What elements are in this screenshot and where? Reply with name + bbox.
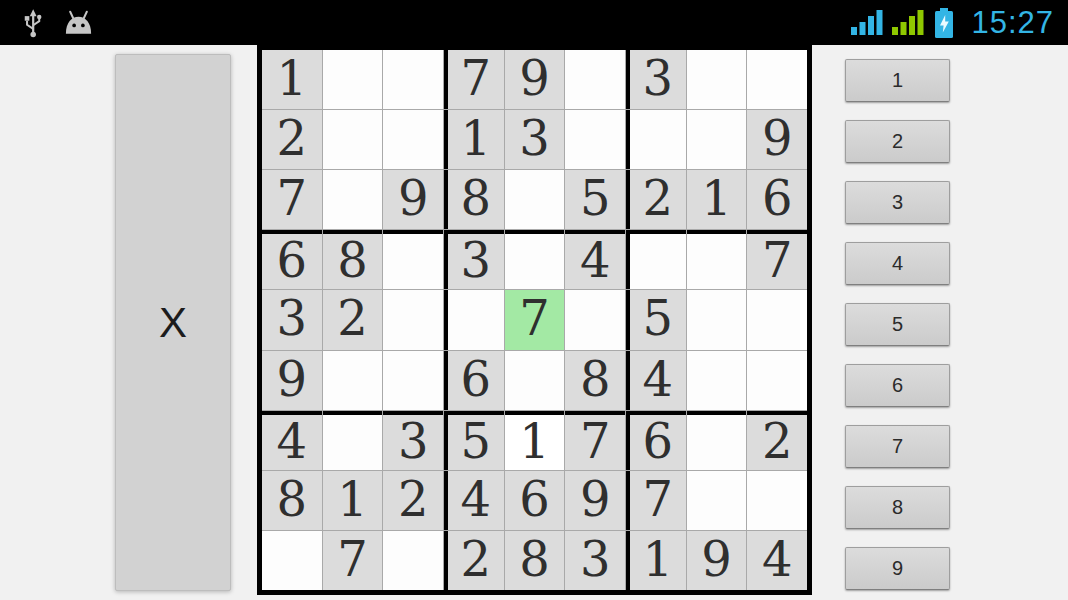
signal-bars-blue-icon [851, 10, 884, 35]
cell-r8c2[interactable]: 1 [323, 471, 383, 530]
cell-r8c9[interactable] [747, 471, 807, 530]
cell-r4c9[interactable]: 7 [747, 230, 807, 289]
cell-r1c9[interactable] [747, 50, 807, 109]
cell-r2c2[interactable] [323, 110, 383, 169]
cell-r4c8[interactable] [687, 230, 747, 289]
cell-r8c4[interactable]: 4 [444, 471, 504, 530]
cell-r8c3[interactable]: 2 [383, 471, 443, 530]
cell-r3c2[interactable] [323, 170, 383, 229]
cell-r1c7[interactable]: 3 [626, 50, 686, 109]
cell-r8c5[interactable]: 6 [505, 471, 565, 530]
cell-r8c7[interactable]: 7 [626, 471, 686, 530]
cell-r3c1[interactable]: 7 [262, 170, 322, 229]
signal-bars-green-icon [892, 10, 925, 35]
cell-r2c4[interactable]: 1 [444, 110, 504, 169]
android-robot-icon [62, 9, 95, 36]
number-button-5[interactable]: 5 [845, 303, 950, 346]
cell-r4c7[interactable] [626, 230, 686, 289]
cell-r7c6[interactable]: 7 [565, 411, 625, 470]
cell-r7c2[interactable] [323, 411, 383, 470]
cell-r7c5[interactable]: 1 [505, 411, 565, 470]
cell-r3c9[interactable]: 6 [747, 170, 807, 229]
cell-r7c3[interactable]: 3 [383, 411, 443, 470]
status-bar: 15:27 [0, 0, 1068, 45]
cell-r9c6[interactable]: 3 [565, 531, 625, 590]
close-button[interactable]: X [115, 54, 231, 591]
cell-r6c8[interactable] [687, 351, 747, 410]
cell-r1c4[interactable]: 7 [444, 50, 504, 109]
cell-r9c8[interactable]: 9 [687, 531, 747, 590]
number-button-3[interactable]: 3 [845, 181, 950, 224]
cell-r5c6[interactable] [565, 290, 625, 349]
cell-r3c6[interactable]: 5 [565, 170, 625, 229]
cell-r5c4[interactable] [444, 290, 504, 349]
cell-r2c8[interactable] [687, 110, 747, 169]
cell-r4c6[interactable]: 4 [565, 230, 625, 289]
cell-r1c8[interactable] [687, 50, 747, 109]
cell-r2c5[interactable]: 3 [505, 110, 565, 169]
cell-r1c5[interactable]: 9 [505, 50, 565, 109]
cell-r7c4[interactable]: 5 [444, 411, 504, 470]
cell-r4c3[interactable] [383, 230, 443, 289]
cell-r6c6[interactable]: 8 [565, 351, 625, 410]
cell-r6c9[interactable] [747, 351, 807, 410]
cell-r2c9[interactable]: 9 [747, 110, 807, 169]
cell-r3c3[interactable]: 9 [383, 170, 443, 229]
cell-r4c4[interactable]: 3 [444, 230, 504, 289]
cell-r9c3[interactable] [383, 531, 443, 590]
number-button-2[interactable]: 2 [845, 120, 950, 163]
cell-r6c7[interactable]: 4 [626, 351, 686, 410]
status-bar-right: 15:27 [851, 0, 1054, 45]
cell-r6c5[interactable] [505, 351, 565, 410]
number-button-1[interactable]: 1 [845, 59, 950, 102]
number-button-7[interactable]: 7 [845, 425, 950, 468]
cell-r9c5[interactable]: 8 [505, 531, 565, 590]
clock-time: 15:27 [971, 0, 1054, 45]
cell-r1c6[interactable] [565, 50, 625, 109]
cell-r6c2[interactable] [323, 351, 383, 410]
screen: 15:27 X 17932139798521668347327596844351… [0, 0, 1068, 600]
cell-r9c9[interactable]: 4 [747, 531, 807, 590]
cell-r5c1[interactable]: 3 [262, 290, 322, 349]
cell-r9c1[interactable] [262, 531, 322, 590]
cell-r3c8[interactable]: 1 [687, 170, 747, 229]
cell-r9c4[interactable]: 2 [444, 531, 504, 590]
cell-r5c3[interactable] [383, 290, 443, 349]
cell-r1c3[interactable] [383, 50, 443, 109]
battery-charging-icon [933, 8, 955, 38]
cell-r5c8[interactable] [687, 290, 747, 349]
number-button-6[interactable]: 6 [845, 364, 950, 407]
cell-r2c7[interactable] [626, 110, 686, 169]
cell-r3c7[interactable]: 2 [626, 170, 686, 229]
status-bar-left [22, 8, 95, 38]
number-button-9[interactable]: 9 [845, 547, 950, 590]
cell-r3c4[interactable]: 8 [444, 170, 504, 229]
cell-r2c1[interactable]: 2 [262, 110, 322, 169]
cell-r8c8[interactable] [687, 471, 747, 530]
cell-r5c7[interactable]: 5 [626, 290, 686, 349]
cell-r6c1[interactable]: 9 [262, 351, 322, 410]
cell-r2c3[interactable] [383, 110, 443, 169]
cell-r6c3[interactable] [383, 351, 443, 410]
cell-r4c2[interactable]: 8 [323, 230, 383, 289]
cell-r4c5[interactable] [505, 230, 565, 289]
cell-r3c5[interactable] [505, 170, 565, 229]
cell-r1c1[interactable]: 1 [262, 50, 322, 109]
cell-r9c2[interactable]: 7 [323, 531, 383, 590]
cell-r8c1[interactable]: 8 [262, 471, 322, 530]
number-button-8[interactable]: 8 [845, 486, 950, 529]
cell-r1c2[interactable] [323, 50, 383, 109]
cell-r7c1[interactable]: 4 [262, 411, 322, 470]
cell-r2c6[interactable] [565, 110, 625, 169]
cell-r4c1[interactable]: 6 [262, 230, 322, 289]
cell-r9c7[interactable]: 1 [626, 531, 686, 590]
number-pad: 123456789 [845, 59, 950, 590]
usb-icon [22, 8, 44, 38]
cell-r5c2[interactable]: 2 [323, 290, 383, 349]
cell-r6c4[interactable]: 6 [444, 351, 504, 410]
cell-r7c7[interactable]: 6 [626, 411, 686, 470]
cell-r7c8[interactable] [687, 411, 747, 470]
cell-r5c9[interactable] [747, 290, 807, 349]
number-button-4[interactable]: 4 [845, 242, 950, 285]
cell-r8c6[interactable]: 9 [565, 471, 625, 530]
sudoku-board: 1793213979852166834732759684435176281246… [257, 45, 812, 595]
cell-r5c5[interactable]: 7 [505, 290, 565, 349]
cell-r7c9[interactable]: 2 [747, 411, 807, 470]
